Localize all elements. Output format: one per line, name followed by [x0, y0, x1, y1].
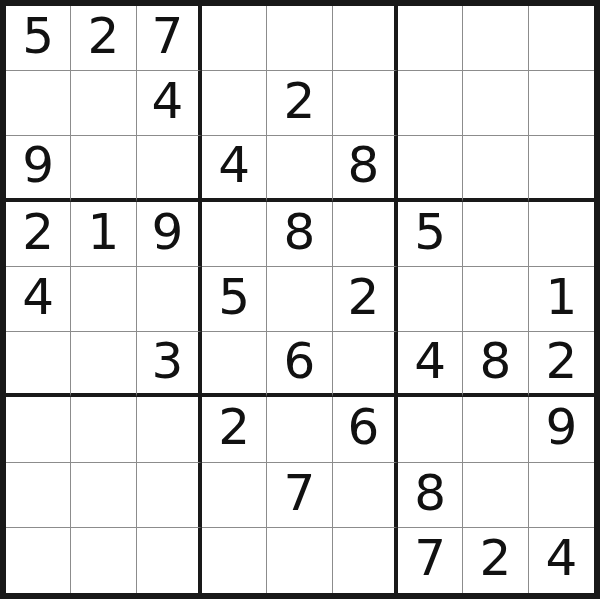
cell-r9c9[interactable]: 4 — [529, 528, 594, 593]
given-digit: 4 — [151, 76, 183, 126]
cell-r1c6[interactable] — [333, 6, 398, 71]
cell-r4c6[interactable] — [333, 202, 398, 267]
given-digit: 1 — [88, 207, 120, 257]
cell-r3c8[interactable] — [463, 136, 528, 201]
cell-r5c7[interactable] — [398, 267, 463, 332]
given-digit: 2 — [545, 336, 577, 386]
sudoku-board: 527429482198545213648226978724 — [0, 0, 600, 599]
cell-r3c5[interactable] — [267, 136, 332, 201]
cell-r9c2[interactable] — [71, 528, 136, 593]
given-digit: 5 — [22, 11, 54, 61]
cell-r5c8[interactable] — [463, 267, 528, 332]
given-digit: 7 — [414, 533, 446, 583]
cell-r8c9[interactable] — [529, 463, 594, 528]
cell-r7c2[interactable] — [71, 397, 136, 462]
cell-r3c3[interactable] — [137, 136, 202, 201]
cell-r8c4[interactable] — [202, 463, 267, 528]
cell-r7c8[interactable] — [463, 397, 528, 462]
given-digit: 4 — [22, 272, 54, 322]
cell-r1c1[interactable]: 5 — [6, 6, 71, 71]
cell-r7c9[interactable]: 9 — [529, 397, 594, 462]
cell-r6c7[interactable]: 4 — [398, 332, 463, 397]
given-digit: 4 — [414, 336, 446, 386]
cell-r8c8[interactable] — [463, 463, 528, 528]
cell-r3c1[interactable]: 9 — [6, 136, 71, 201]
given-digit: 4 — [218, 140, 250, 190]
cell-r4c4[interactable] — [202, 202, 267, 267]
cell-r5c3[interactable] — [137, 267, 202, 332]
cell-r4c7[interactable]: 5 — [398, 202, 463, 267]
cell-r6c4[interactable] — [202, 332, 267, 397]
cell-r8c6[interactable] — [333, 463, 398, 528]
cell-r2c6[interactable] — [333, 71, 398, 136]
cell-r8c1[interactable] — [6, 463, 71, 528]
given-digit: 3 — [151, 336, 183, 386]
cell-r1c9[interactable] — [529, 6, 594, 71]
cell-r5c5[interactable] — [267, 267, 332, 332]
cell-r5c2[interactable] — [71, 267, 136, 332]
cell-r6c6[interactable] — [333, 332, 398, 397]
cell-r4c1[interactable]: 2 — [6, 202, 71, 267]
given-digit: 2 — [284, 76, 316, 126]
cell-r7c7[interactable] — [398, 397, 463, 462]
cell-r2c2[interactable] — [71, 71, 136, 136]
cell-r6c9[interactable]: 2 — [529, 332, 594, 397]
given-digit: 5 — [414, 207, 446, 257]
cell-r1c4[interactable] — [202, 6, 267, 71]
given-digit: 2 — [218, 402, 250, 452]
cell-r1c3[interactable]: 7 — [137, 6, 202, 71]
cell-r1c2[interactable]: 2 — [71, 6, 136, 71]
given-digit: 8 — [347, 140, 379, 190]
given-digit: 6 — [347, 402, 379, 452]
cell-r4c5[interactable]: 8 — [267, 202, 332, 267]
given-digit: 7 — [284, 468, 316, 518]
cell-r3c4[interactable]: 4 — [202, 136, 267, 201]
cell-r4c3[interactable]: 9 — [137, 202, 202, 267]
cell-r3c2[interactable] — [71, 136, 136, 201]
cell-r2c5[interactable]: 2 — [267, 71, 332, 136]
cell-r9c7[interactable]: 7 — [398, 528, 463, 593]
cell-r7c1[interactable] — [6, 397, 71, 462]
cell-r2c7[interactable] — [398, 71, 463, 136]
cell-r2c1[interactable] — [6, 71, 71, 136]
cell-r9c8[interactable]: 2 — [463, 528, 528, 593]
given-digit: 6 — [284, 336, 316, 386]
cell-r3c9[interactable] — [529, 136, 594, 201]
given-digit: 2 — [347, 272, 379, 322]
given-digit: 9 — [545, 402, 577, 452]
cell-r1c5[interactable] — [267, 6, 332, 71]
given-digit: 5 — [218, 272, 250, 322]
cell-r7c3[interactable] — [137, 397, 202, 462]
cell-r7c4[interactable]: 2 — [202, 397, 267, 462]
given-digit: 4 — [545, 533, 577, 583]
given-digit: 7 — [151, 11, 183, 61]
cell-r9c3[interactable] — [137, 528, 202, 593]
given-digit: 9 — [22, 140, 54, 190]
cell-r5c6[interactable]: 2 — [333, 267, 398, 332]
cell-r8c5[interactable]: 7 — [267, 463, 332, 528]
cell-r5c1[interactable]: 4 — [6, 267, 71, 332]
cell-r5c9[interactable]: 1 — [529, 267, 594, 332]
cell-r8c7[interactable]: 8 — [398, 463, 463, 528]
cell-r9c6[interactable] — [333, 528, 398, 593]
cell-r8c3[interactable] — [137, 463, 202, 528]
cell-r3c6[interactable]: 8 — [333, 136, 398, 201]
cell-r6c1[interactable] — [6, 332, 71, 397]
cell-r2c4[interactable] — [202, 71, 267, 136]
cell-r1c7[interactable] — [398, 6, 463, 71]
cell-r2c3[interactable]: 4 — [137, 71, 202, 136]
cell-r9c5[interactable] — [267, 528, 332, 593]
cell-r6c3[interactable]: 3 — [137, 332, 202, 397]
given-digit: 9 — [151, 207, 183, 257]
given-digit: 1 — [545, 272, 577, 322]
cell-r2c8[interactable] — [463, 71, 528, 136]
cell-r5c4[interactable]: 5 — [202, 267, 267, 332]
cell-r7c6[interactable]: 6 — [333, 397, 398, 462]
cell-r8c2[interactable] — [71, 463, 136, 528]
cell-r4c8[interactable] — [463, 202, 528, 267]
given-digit: 8 — [414, 468, 446, 518]
cell-r4c2[interactable]: 1 — [71, 202, 136, 267]
cell-r6c8[interactable]: 8 — [463, 332, 528, 397]
given-digit: 2 — [88, 11, 120, 61]
cell-r9c1[interactable] — [6, 528, 71, 593]
given-digit: 8 — [480, 336, 512, 386]
cell-r2c9[interactable] — [529, 71, 594, 136]
cell-r1c8[interactable] — [463, 6, 528, 71]
given-digit: 2 — [22, 207, 54, 257]
given-digit: 8 — [284, 207, 316, 257]
given-digit: 2 — [480, 533, 512, 583]
cell-r4c9[interactable] — [529, 202, 594, 267]
cell-r7c5[interactable] — [267, 397, 332, 462]
cell-r9c4[interactable] — [202, 528, 267, 593]
cell-r6c5[interactable]: 6 — [267, 332, 332, 397]
cell-r3c7[interactable] — [398, 136, 463, 201]
cell-r6c2[interactable] — [71, 332, 136, 397]
